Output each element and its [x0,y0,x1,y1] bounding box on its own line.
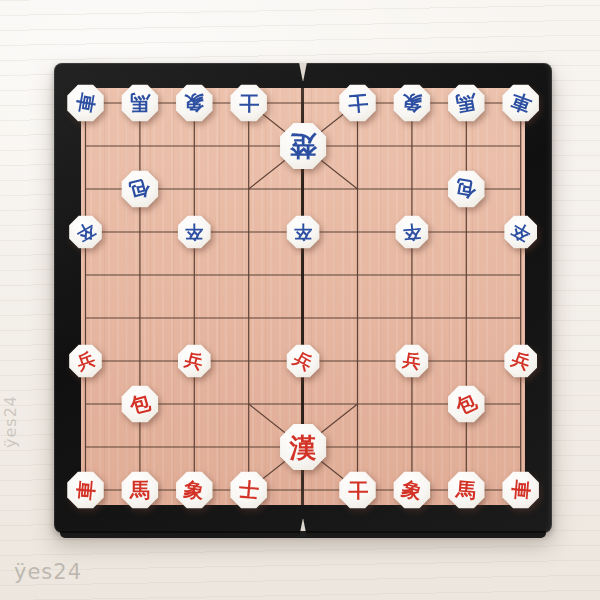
piece-character: 士 [348,480,368,500]
red-piece-disc: 馬 [447,471,485,509]
blue-piece-disc: 象 [175,84,213,122]
pieces-layer: 車馬象士士象馬車楚包包卒卒卒卒卒兵兵兵兵兵包包漢車馬象士士象馬車 [0,0,600,600]
red-piece-disc: 士 [230,471,268,509]
piece-character: 卒 [185,223,203,241]
piece-blue-chariot[interactable]: 車 [67,84,105,122]
blue-piece-disc: 卒 [177,215,211,249]
piece-blue-cannon[interactable]: 包 [121,170,159,208]
piece-character: 象 [184,93,204,113]
piece-character: 楚 [290,133,317,160]
piece-character: 包 [128,392,152,416]
piece-character: 兵 [291,349,316,374]
piece-blue-guard[interactable]: 士 [339,84,377,122]
piece-blue-soldier[interactable]: 卒 [395,215,429,249]
piece-blue-soldier[interactable]: 卒 [177,215,211,249]
piece-character: 車 [74,91,97,114]
red-piece-disc: 象 [393,471,431,509]
red-piece-disc: 兵 [504,344,538,378]
piece-character: 象 [401,92,423,114]
blue-piece-disc: 卒 [69,215,103,249]
piece-character: 兵 [74,349,97,372]
red-piece-disc: 兵 [69,344,103,378]
piece-red-general[interactable]: 漢 [279,423,327,471]
piece-character: 士 [239,93,259,113]
piece-red-soldier[interactable]: 兵 [69,344,103,378]
piece-character: 馬 [455,91,478,114]
piece-blue-soldier[interactable]: 卒 [286,215,320,249]
piece-blue-general[interactable]: 楚 [279,122,327,170]
piece-character: 象 [400,478,424,502]
blue-piece-disc: 卒 [504,215,538,249]
piece-character: 車 [75,479,97,501]
piece-red-elephant[interactable]: 象 [393,471,431,509]
piece-character: 卒 [294,223,312,241]
blue-piece-disc: 象 [393,84,431,122]
piece-character: 馬 [130,480,150,500]
piece-character: 漢 [290,434,317,461]
piece-red-soldier[interactable]: 兵 [286,344,320,378]
piece-blue-elephant[interactable]: 象 [393,84,431,122]
piece-character: 包 [455,177,478,200]
piece-red-horse[interactable]: 馬 [121,471,159,509]
blue-piece-disc: 包 [121,170,159,208]
red-piece-disc: 象 [175,471,213,509]
piece-red-soldier[interactable]: 兵 [395,344,429,378]
piece-red-guard[interactable]: 士 [339,471,377,509]
piece-character: 車 [508,90,534,116]
red-piece-disc: 車 [502,471,540,509]
piece-blue-soldier[interactable]: 卒 [69,215,103,249]
piece-character: 包 [453,391,480,418]
piece-blue-chariot[interactable]: 車 [502,84,540,122]
piece-character: 卒 [508,220,533,245]
blue-piece-disc: 士 [339,84,377,122]
watermark-yes24-corner: ÿes24 [14,560,82,584]
blue-piece-disc: 馬 [121,84,159,122]
piece-character: 卒 [402,222,422,242]
piece-character: 兵 [183,350,205,372]
blue-piece-disc: 馬 [447,84,485,122]
piece-character: 卒 [73,220,98,245]
piece-red-cannon[interactable]: 包 [447,385,485,423]
piece-blue-horse[interactable]: 馬 [447,84,485,122]
piece-character: 象 [183,478,206,501]
blue-piece-disc: 車 [67,84,105,122]
red-piece-disc: 車 [67,471,105,509]
piece-character: 兵 [509,349,532,372]
piece-character: 士 [238,479,260,501]
red-piece-disc: 馬 [121,471,159,509]
blue-piece-disc: 士 [230,84,268,122]
piece-blue-horse[interactable]: 馬 [121,84,159,122]
blue-piece-disc: 卒 [395,215,429,249]
piece-character: 車 [510,479,532,501]
red-piece-disc: 包 [121,385,159,423]
piece-blue-elephant[interactable]: 象 [175,84,213,122]
piece-red-chariot[interactable]: 車 [502,471,540,509]
red-piece-disc: 包 [447,385,485,423]
blue-piece-disc: 車 [502,84,540,122]
red-piece-disc: 漢 [279,423,327,471]
blue-piece-disc: 楚 [279,122,327,170]
piece-blue-soldier[interactable]: 卒 [504,215,538,249]
piece-red-guard[interactable]: 士 [230,471,268,509]
piece-character: 馬 [130,93,150,113]
piece-character: 馬 [455,479,477,501]
red-piece-disc: 兵 [395,344,429,378]
product-photo-scene: 車馬象士士象馬車楚包包卒卒卒卒卒兵兵兵兵兵包包漢車馬象士士象馬車 ÿes24 ÿ… [0,0,600,600]
piece-red-elephant[interactable]: 象 [175,471,213,509]
blue-piece-disc: 包 [447,170,485,208]
blue-piece-disc: 卒 [286,215,320,249]
piece-blue-guard[interactable]: 士 [230,84,268,122]
piece-red-soldier[interactable]: 兵 [177,344,211,378]
piece-red-horse[interactable]: 馬 [447,471,485,509]
piece-character: 包 [128,177,152,201]
watermark-yes24-side: ÿes24 [1,395,20,448]
red-piece-disc: 兵 [177,344,211,378]
red-piece-disc: 士 [339,471,377,509]
piece-character: 士 [347,92,369,114]
piece-red-cannon[interactable]: 包 [121,385,159,423]
piece-blue-cannon[interactable]: 包 [447,170,485,208]
red-piece-disc: 兵 [286,344,320,378]
piece-red-soldier[interactable]: 兵 [504,344,538,378]
piece-character: 兵 [401,351,422,372]
piece-red-chariot[interactable]: 車 [67,471,105,509]
